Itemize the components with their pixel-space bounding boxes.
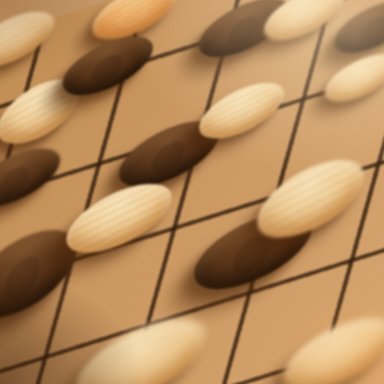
black-stone-glyph: ● [223,5,266,51]
black-stone-glyph: ● [0,240,50,308]
black-stone-glyph: ● [145,128,192,179]
white-stone-glyph: ○ [18,86,59,136]
white-stone-glyph: ○ [285,0,323,34]
board-photo-scene: ○○○●●○●●●○○●○●○○○ [0,0,384,384]
white-stone-glyph: ○ [115,0,155,33]
go-board[interactable]: ○○○●●○●●●○○●○●○○○ [0,0,384,384]
white-stone-glyph: ○ [313,326,365,382]
black-stone-glyph: ● [86,43,129,89]
white-stone-glyph: ○ [285,168,337,228]
black-stone-glyph: ● [355,6,384,47]
photo-frame: ○○○●●○●●●○○●○●○○○ [0,0,384,384]
